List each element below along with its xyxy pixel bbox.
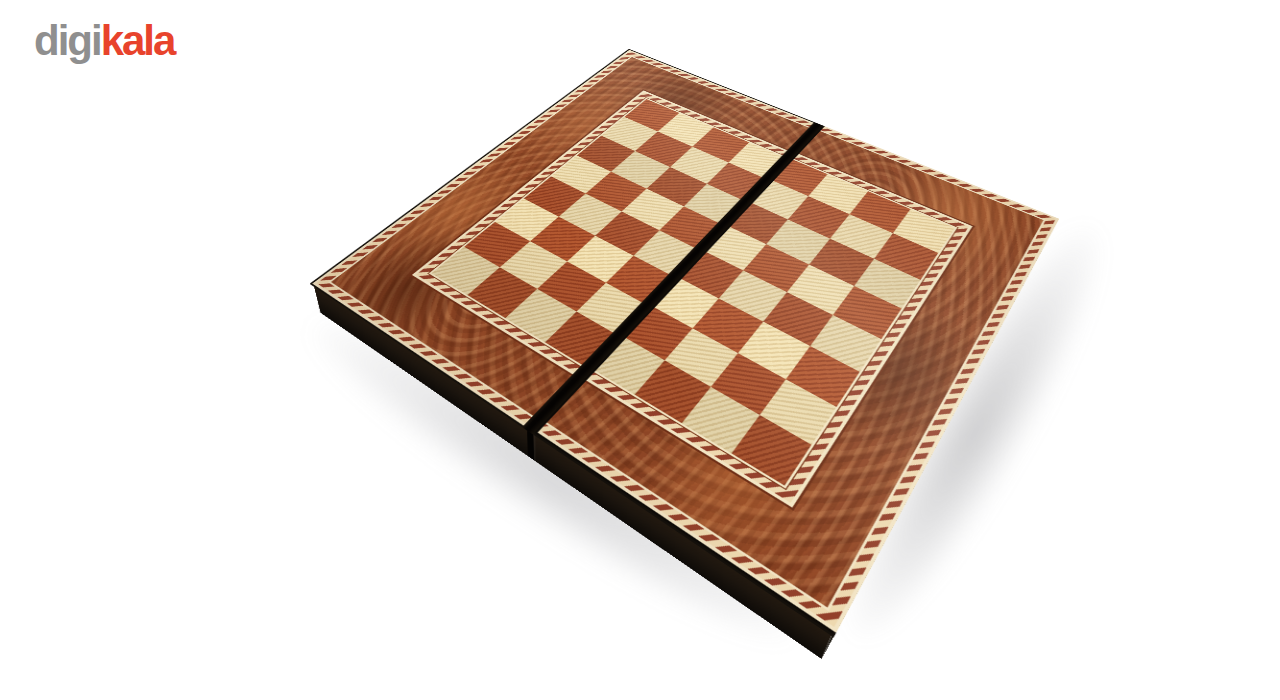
chessboard-photo (430, 0, 968, 530)
board-square (757, 380, 814, 426)
logo-text-digi: digi (34, 17, 101, 64)
board-square (784, 265, 813, 315)
board-square (719, 270, 787, 321)
board-square (732, 415, 812, 486)
board-square (676, 250, 743, 299)
board-square (632, 361, 708, 424)
board-square (538, 267, 540, 318)
board-square (693, 298, 764, 353)
board-square (833, 286, 902, 339)
board-square (786, 346, 860, 407)
board-square (606, 256, 674, 305)
board-square (760, 379, 837, 444)
logo-text-kala: kala (101, 17, 175, 64)
board-square (787, 265, 854, 315)
board-square (810, 315, 881, 372)
digikala-logo: digikala (34, 20, 174, 62)
board-square (537, 261, 606, 311)
board-square (690, 299, 761, 354)
board-square (716, 271, 784, 322)
board-square (618, 305, 690, 361)
board-square (728, 415, 808, 425)
board-square (807, 315, 813, 372)
board-square (579, 282, 649, 335)
board-square (662, 329, 735, 388)
board-square (743, 244, 809, 292)
board-square (711, 353, 786, 415)
board-square (467, 267, 537, 318)
board-square (854, 259, 920, 309)
board-square (760, 292, 813, 346)
board-square (678, 387, 756, 425)
board-square (647, 277, 716, 329)
board-square (741, 244, 807, 292)
board-square (674, 250, 741, 299)
board-square (665, 328, 738, 387)
board-square (763, 292, 833, 346)
board-square (538, 289, 580, 342)
board-square (682, 387, 760, 454)
board-square (621, 305, 693, 360)
board-square (590, 335, 664, 394)
board-square (545, 312, 618, 368)
board-square (735, 322, 807, 380)
board-square (577, 283, 647, 336)
board-square (548, 311, 621, 367)
folding-chessboard (312, 50, 1057, 634)
checkerboard-grid (432, 99, 814, 426)
board-square (587, 335, 662, 394)
board-square (609, 255, 677, 304)
board-square (540, 261, 609, 311)
board-square (738, 322, 810, 380)
board-square (708, 353, 783, 415)
board-square (635, 360, 711, 423)
board-square (505, 289, 576, 342)
board-square (783, 346, 814, 407)
board-square (650, 276, 719, 328)
board-square (432, 247, 500, 295)
